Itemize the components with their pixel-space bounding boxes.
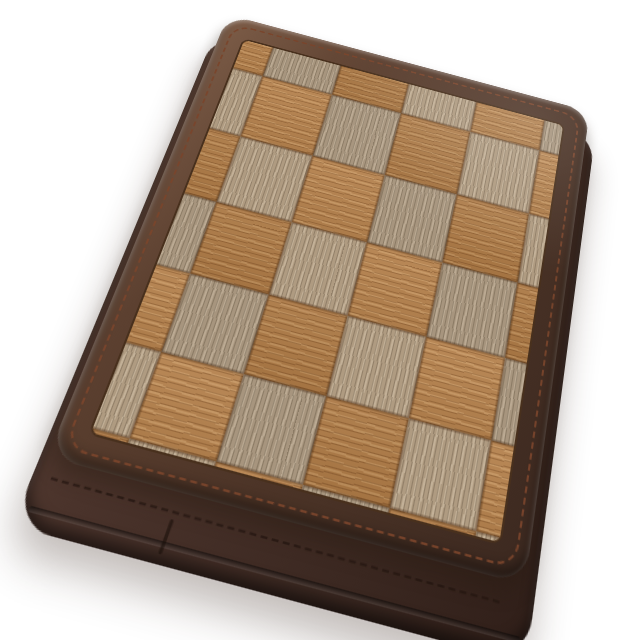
chessboard-leather-case [47, 15, 589, 585]
product-photo [0, 0, 640, 640]
